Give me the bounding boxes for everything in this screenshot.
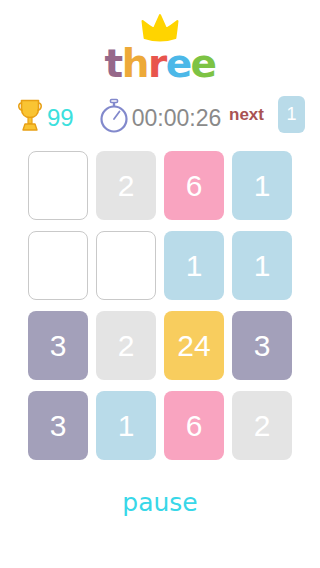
next-group: next 1 [229, 96, 305, 133]
grid-cell[interactable]: 2 [232, 391, 292, 460]
grid-cell[interactable]: 1 [164, 231, 224, 300]
app-title: three [0, 44, 320, 83]
title-letter: t [104, 41, 121, 86]
grid-cell[interactable] [28, 231, 88, 300]
grid-cell[interactable] [28, 151, 88, 220]
grid-cell[interactable]: 6 [164, 151, 224, 220]
game-screen: three 99 [0, 0, 320, 568]
grid-cell[interactable]: 1 [96, 391, 156, 460]
grid-cell[interactable]: 2 [96, 151, 156, 220]
grid-cell[interactable]: 3 [232, 311, 292, 380]
grid-cell[interactable]: 3 [28, 391, 88, 460]
crown-icon [0, 13, 320, 43]
title-letter: e [166, 41, 191, 86]
stats-bar: 99 00:00:26 next 1 [0, 96, 320, 140]
next-tile-preview: 1 [278, 96, 305, 133]
grid-cell[interactable]: 24 [164, 311, 224, 380]
title-letter: h [122, 41, 148, 86]
timer-value: 00:00:26 [132, 105, 222, 132]
grid-cell[interactable] [96, 231, 156, 300]
grid-cell[interactable]: 2 [96, 311, 156, 380]
title-letter: e [191, 41, 216, 86]
grid-cell[interactable]: 1 [232, 231, 292, 300]
game-board[interactable]: 2 6 1 1 1 3 2 24 3 3 1 6 2 [28, 151, 292, 460]
grid-cell[interactable]: 6 [164, 391, 224, 460]
title-letter: r [148, 41, 166, 86]
next-label: next [229, 105, 264, 125]
grid-cell[interactable]: 1 [232, 151, 292, 220]
pause-button[interactable]: pause [0, 487, 320, 518]
stopwatch-icon [99, 98, 129, 139]
grid-cell[interactable]: 3 [28, 311, 88, 380]
